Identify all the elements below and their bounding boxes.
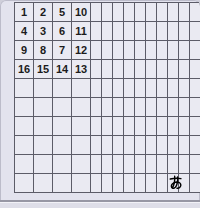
grid-cell-r4c6[interactable] bbox=[102, 60, 112, 78]
grid-cell-r7c9[interactable] bbox=[135, 117, 145, 135]
grid-cell-r9c11[interactable] bbox=[157, 155, 167, 173]
grid-cell-r1c8[interactable] bbox=[124, 3, 134, 21]
grid-cell-r6c6[interactable] bbox=[102, 98, 112, 116]
grid-cell-r6c10[interactable] bbox=[146, 98, 156, 116]
grid-cell-r8c11[interactable] bbox=[157, 136, 167, 154]
grid-cell-r1c2[interactable]: 2 bbox=[34, 3, 52, 21]
grid-cell-r6c9[interactable] bbox=[135, 98, 145, 116]
grid-cell-r3c10[interactable] bbox=[146, 41, 156, 59]
grid-cell-r8c1[interactable] bbox=[15, 136, 33, 154]
grid-cell-r10c4[interactable] bbox=[72, 174, 90, 192]
grid-cell-r1c14[interactable] bbox=[190, 3, 200, 21]
grid-cell-r10c10[interactable] bbox=[146, 174, 156, 192]
grid-cell-r7c14[interactable] bbox=[190, 117, 200, 135]
grid-cell-r7c8[interactable] bbox=[124, 117, 134, 135]
grid-cell-r7c2[interactable] bbox=[34, 117, 52, 135]
grid-cell-r2c2[interactable]: 3 bbox=[34, 22, 52, 40]
grid-cell-r4c10[interactable] bbox=[146, 60, 156, 78]
grid-cell-r1c5[interactable] bbox=[91, 3, 101, 21]
grid-cell-r5c11[interactable] bbox=[157, 79, 167, 97]
worksheet-screen: 12510436119871216151413 bbox=[0, 0, 200, 208]
grid-cell-r10c7[interactable] bbox=[113, 174, 123, 192]
grid-cell-r2c13[interactable] bbox=[179, 22, 189, 40]
grid-cell-r5c4[interactable] bbox=[72, 79, 90, 97]
grid-cell-r6c12[interactable] bbox=[168, 98, 178, 116]
grid-cell-r7c7[interactable] bbox=[113, 117, 123, 135]
grid-cell-r10c6[interactable] bbox=[102, 174, 112, 192]
number-grid-board: 12510436119871216151413 bbox=[14, 2, 200, 193]
grid-cell-r8c7[interactable] bbox=[113, 136, 123, 154]
grid-cell-r9c14[interactable] bbox=[190, 155, 200, 173]
grid-cell-r3c8[interactable] bbox=[124, 41, 134, 59]
grid-cell-r3c4[interactable]: 12 bbox=[72, 41, 90, 59]
grid-cell-r5c5[interactable] bbox=[91, 79, 101, 97]
grid-cell-r5c6[interactable] bbox=[102, 79, 112, 97]
grid-cell-r2c7[interactable] bbox=[113, 22, 123, 40]
grid-cell-r6c4[interactable] bbox=[72, 98, 90, 116]
grid-cell-r10c8[interactable] bbox=[124, 174, 134, 192]
grid-cell-r4c11[interactable] bbox=[157, 60, 167, 78]
grid-cell-r3c6[interactable] bbox=[102, 41, 112, 59]
grid-cell-r3c9[interactable] bbox=[135, 41, 145, 59]
grid-cell-r10c1[interactable] bbox=[15, 174, 33, 192]
grid-cell-r10c13[interactable] bbox=[179, 174, 189, 192]
grid-cell-r6c5[interactable] bbox=[91, 98, 101, 116]
grid-cell-r1c4[interactable]: 10 bbox=[72, 3, 90, 21]
grid-cell-r1c9[interactable] bbox=[135, 3, 145, 21]
grid-cell-r9c10[interactable] bbox=[146, 155, 156, 173]
grid-cell-r8c8[interactable] bbox=[124, 136, 134, 154]
grid-cell-r2c9[interactable] bbox=[135, 22, 145, 40]
grid-cell-r1c10[interactable] bbox=[146, 3, 156, 21]
grid-cell-r6c11[interactable] bbox=[157, 98, 167, 116]
grid-cell-r10c5[interactable] bbox=[91, 174, 101, 192]
grid-cell-r3c3[interactable]: 7 bbox=[53, 41, 71, 59]
grid-cell-r7c5[interactable] bbox=[91, 117, 101, 135]
grid-cell-r7c11[interactable] bbox=[157, 117, 167, 135]
grid-cell-r9c2[interactable] bbox=[34, 155, 52, 173]
grid-cell-r2c1[interactable]: 4 bbox=[15, 22, 33, 40]
grid-cell-r4c9[interactable] bbox=[135, 60, 145, 78]
grid-cell-r6c14[interactable] bbox=[190, 98, 200, 116]
grid-cell-r5c13[interactable] bbox=[179, 79, 189, 97]
grid-cell-r6c3[interactable] bbox=[53, 98, 71, 116]
grid-cell-r1c12[interactable] bbox=[168, 3, 178, 21]
grid-cell-r4c7[interactable] bbox=[113, 60, 123, 78]
grid-cell-r8c4[interactable] bbox=[72, 136, 90, 154]
grid-cell-r9c9[interactable] bbox=[135, 155, 145, 173]
grid-cell-r3c13[interactable] bbox=[179, 41, 189, 59]
grid-cell-r4c12[interactable] bbox=[168, 60, 178, 78]
grid-cell-r5c10[interactable] bbox=[146, 79, 156, 97]
grid-cell-r6c8[interactable] bbox=[124, 98, 134, 116]
grid-cell-r10c2[interactable] bbox=[34, 174, 52, 192]
grid-cell-r7c3[interactable] bbox=[53, 117, 71, 135]
grid-cell-r4c3[interactable]: 14 bbox=[53, 60, 71, 78]
grid-cell-r2c11[interactable] bbox=[157, 22, 167, 40]
grid-cell-r8c3[interactable] bbox=[53, 136, 71, 154]
grid-cell-r10c12[interactable] bbox=[168, 174, 178, 192]
window-bottom-area bbox=[0, 202, 200, 208]
grid-cell-r7c6[interactable] bbox=[102, 117, 112, 135]
grid-cell-r3c11[interactable] bbox=[157, 41, 167, 59]
grid-cell-r5c12[interactable] bbox=[168, 79, 178, 97]
grid-cell-r7c10[interactable] bbox=[146, 117, 156, 135]
grid-cell-r7c1[interactable] bbox=[15, 117, 33, 135]
grid-cell-r1c1[interactable]: 1 bbox=[15, 3, 33, 21]
grid-cell-r10c9[interactable] bbox=[135, 174, 145, 192]
grid-cell-r7c4[interactable] bbox=[72, 117, 90, 135]
grid-cell-r4c1[interactable]: 16 bbox=[15, 60, 33, 78]
grid-cell-r3c1[interactable]: 9 bbox=[15, 41, 33, 59]
grid-cell-r8c9[interactable] bbox=[135, 136, 145, 154]
grid-cell-r2c4[interactable]: 11 bbox=[72, 22, 90, 40]
grid-cell-r10c11[interactable] bbox=[157, 174, 167, 192]
grid-cell-r1c13[interactable] bbox=[179, 3, 189, 21]
grid-cell-r8c10[interactable] bbox=[146, 136, 156, 154]
grid-cell-r6c1[interactable] bbox=[15, 98, 33, 116]
grid-cell-r1c7[interactable] bbox=[113, 3, 123, 21]
grid-cell-r8c5[interactable] bbox=[91, 136, 101, 154]
grid-cell-r4c2[interactable]: 15 bbox=[34, 60, 52, 78]
grid-cell-r9c12[interactable] bbox=[168, 155, 178, 173]
grid-cell-r5c3[interactable] bbox=[53, 79, 71, 97]
grid-cell-r9c3[interactable] bbox=[53, 155, 71, 173]
grid-cell-r5c8[interactable] bbox=[124, 79, 134, 97]
grid-cell-r4c8[interactable] bbox=[124, 60, 134, 78]
grid-cell-r9c1[interactable] bbox=[15, 155, 33, 173]
grid-cell-r3c7[interactable] bbox=[113, 41, 123, 59]
grid-cell-r5c1[interactable] bbox=[15, 79, 33, 97]
grid-cell-r1c6[interactable] bbox=[102, 3, 112, 21]
grid-cell-r6c7[interactable] bbox=[113, 98, 123, 116]
grid-cell-r8c13[interactable] bbox=[179, 136, 189, 154]
grid-cell-r5c7[interactable] bbox=[113, 79, 123, 97]
grid-cell-r9c8[interactable] bbox=[124, 155, 134, 173]
grid-cell-r9c5[interactable] bbox=[91, 155, 101, 173]
grid-cell-r8c6[interactable] bbox=[102, 136, 112, 154]
grid-cell-r2c6[interactable] bbox=[102, 22, 112, 40]
grid-cell-r9c13[interactable] bbox=[179, 155, 189, 173]
grid-cell-r10c3[interactable] bbox=[53, 174, 71, 192]
grid-cell-r6c13[interactable] bbox=[179, 98, 189, 116]
grid-cell-r2c14[interactable] bbox=[190, 22, 200, 40]
grid-cell-r5c14[interactable] bbox=[190, 79, 200, 97]
grid-cell-r1c11[interactable] bbox=[157, 3, 167, 21]
grid-cell-r7c13[interactable] bbox=[179, 117, 189, 135]
grid-cell-r8c14[interactable] bbox=[190, 136, 200, 154]
grid-cell-r4c4[interactable]: 13 bbox=[72, 60, 90, 78]
grid-cell-r8c2[interactable] bbox=[34, 136, 52, 154]
grid-cell-r9c4[interactable] bbox=[72, 155, 90, 173]
grid-cell-r3c5[interactable] bbox=[91, 41, 101, 59]
grid-cell-r1c3[interactable]: 5 bbox=[53, 3, 71, 21]
grid-cell-r4c5[interactable] bbox=[91, 60, 101, 78]
grid-cell-r4c13[interactable] bbox=[179, 60, 189, 78]
grid-cell-r5c2[interactable] bbox=[34, 79, 52, 97]
grid-cell-r2c8[interactable] bbox=[124, 22, 134, 40]
grid-cell-r9c7[interactable] bbox=[113, 155, 123, 173]
grid-cell-r5c9[interactable] bbox=[135, 79, 145, 97]
grid-cell-r3c2[interactable]: 8 bbox=[34, 41, 52, 59]
grid-cell-r3c14[interactable] bbox=[190, 41, 200, 59]
grid-cell-r9c6[interactable] bbox=[102, 155, 112, 173]
grid-cell-r10c14[interactable] bbox=[190, 174, 200, 192]
grid-cell-r4c14[interactable] bbox=[190, 60, 200, 78]
grid-cell-r3c12[interactable] bbox=[168, 41, 178, 59]
grid-cell-r2c10[interactable] bbox=[146, 22, 156, 40]
grid-cell-r7c12[interactable] bbox=[168, 117, 178, 135]
grid-cell-r6c2[interactable] bbox=[34, 98, 52, 116]
grid-cell-r2c12[interactable] bbox=[168, 22, 178, 40]
grid-cell-r8c12[interactable] bbox=[168, 136, 178, 154]
grid-cell-r2c5[interactable] bbox=[91, 22, 101, 40]
grid-cell-r2c3[interactable]: 6 bbox=[53, 22, 71, 40]
